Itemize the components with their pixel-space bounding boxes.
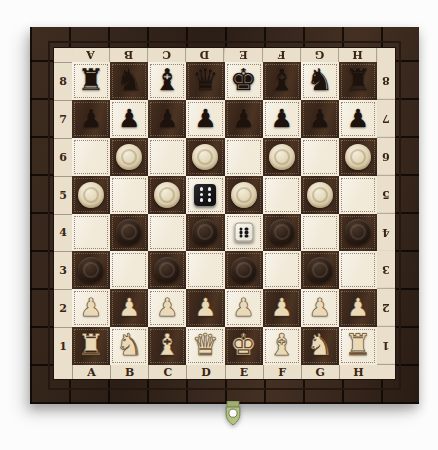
piece-black-knight-b8[interactable]: ♞ bbox=[116, 65, 143, 95]
piece-white-pawn-e2[interactable]: ♟ bbox=[232, 295, 254, 320]
photo-background: ABCDEFGH8♜♞♝♛♚♝♞♜87♟♟♟♟♟♟♟♟7665544332♟♟♟… bbox=[0, 0, 438, 450]
square-e5[interactable] bbox=[225, 176, 263, 214]
file-label-top-f: F bbox=[263, 48, 301, 62]
square-h1[interactable]: ♜ bbox=[339, 327, 377, 365]
file-label-top-d: D bbox=[186, 48, 224, 62]
checker-dark-man-h4[interactable] bbox=[345, 219, 371, 245]
die-black-d5[interactable] bbox=[194, 184, 216, 206]
piece-white-pawn-d2[interactable]: ♟ bbox=[194, 295, 216, 320]
square-h3[interactable] bbox=[339, 251, 377, 289]
square-g4[interactable] bbox=[301, 214, 339, 252]
rank-label-right-6: 6 bbox=[377, 138, 395, 176]
square-b1[interactable]: ♞ bbox=[110, 327, 148, 365]
piece-white-knight-b1[interactable]: ♞ bbox=[116, 330, 143, 360]
piece-white-pawn-b2[interactable]: ♟ bbox=[118, 295, 140, 320]
square-e7[interactable]: ♟ bbox=[225, 100, 263, 138]
square-d2[interactable]: ♟ bbox=[186, 289, 224, 327]
square-b3[interactable] bbox=[110, 251, 148, 289]
file-label-top-c: C bbox=[148, 48, 186, 62]
die-pip bbox=[200, 198, 204, 202]
square-d8[interactable]: ♛ bbox=[186, 62, 224, 100]
file-label-bottom-g: G bbox=[301, 365, 339, 379]
rank-label-right-8: 8 bbox=[377, 62, 395, 100]
rank-label-right-5: 5 bbox=[377, 176, 395, 214]
piece-black-pawn-c7[interactable]: ♟ bbox=[156, 105, 178, 130]
clasp-latch-icon[interactable] bbox=[221, 401, 245, 427]
checker-light-man-c5[interactable] bbox=[154, 182, 180, 208]
square-c2[interactable]: ♟ bbox=[148, 289, 186, 327]
piece-black-knight-g8[interactable]: ♞ bbox=[306, 65, 333, 95]
rank-label-left-6: 6 bbox=[54, 138, 72, 176]
file-label-bottom-a: A bbox=[72, 365, 110, 379]
square-d4[interactable] bbox=[186, 214, 224, 252]
square-a3[interactable] bbox=[72, 251, 110, 289]
square-e4[interactable] bbox=[225, 214, 263, 252]
square-h5[interactable] bbox=[339, 176, 377, 214]
square-g5[interactable] bbox=[301, 176, 339, 214]
square-a6[interactable] bbox=[72, 138, 110, 176]
square-b2[interactable]: ♟ bbox=[110, 289, 148, 327]
square-c1[interactable]: ♝ bbox=[148, 327, 186, 365]
piece-black-queen-d8[interactable]: ♛ bbox=[192, 65, 219, 95]
checker-light-man-h6[interactable] bbox=[345, 144, 371, 170]
checker-dark-man-f4[interactable] bbox=[269, 219, 295, 245]
die-pip bbox=[239, 234, 243, 238]
corner-bottom-left bbox=[54, 365, 72, 379]
checker-dark-man-b4[interactable] bbox=[116, 219, 142, 245]
square-c4[interactable] bbox=[148, 214, 186, 252]
die-pip bbox=[200, 187, 204, 191]
square-f8[interactable]: ♝ bbox=[263, 62, 301, 100]
checker-light-man-e5[interactable] bbox=[231, 182, 257, 208]
square-g8[interactable]: ♞ bbox=[301, 62, 339, 100]
square-c3[interactable] bbox=[148, 251, 186, 289]
piece-white-queen-d1[interactable]: ♛ bbox=[192, 330, 219, 360]
square-g1[interactable]: ♞ bbox=[301, 327, 339, 365]
square-g3[interactable] bbox=[301, 251, 339, 289]
rank-label-right-7: 7 bbox=[377, 100, 395, 138]
file-label-top-h: H bbox=[339, 48, 377, 62]
checker-dark-man-g3[interactable] bbox=[307, 257, 333, 283]
square-a5[interactable] bbox=[72, 176, 110, 214]
square-e3[interactable] bbox=[225, 251, 263, 289]
piece-white-rook-a1[interactable]: ♜ bbox=[78, 330, 105, 360]
checker-light-man-d6[interactable] bbox=[192, 144, 218, 170]
corner-top-left bbox=[54, 48, 72, 62]
square-h2[interactable]: ♟ bbox=[339, 289, 377, 327]
checker-light-man-g5[interactable] bbox=[307, 182, 333, 208]
piece-black-bishop-f8[interactable]: ♝ bbox=[268, 65, 295, 95]
square-f4[interactable] bbox=[263, 214, 301, 252]
die-pip bbox=[208, 187, 212, 191]
square-h7[interactable]: ♟ bbox=[339, 100, 377, 138]
board-panel: ABCDEFGH8♜♞♝♛♚♝♞♜87♟♟♟♟♟♟♟♟7665544332♟♟♟… bbox=[53, 47, 396, 380]
square-f2[interactable]: ♟ bbox=[263, 289, 301, 327]
rank-label-left-7: 7 bbox=[54, 100, 72, 138]
checker-light-man-a5[interactable] bbox=[78, 182, 104, 208]
square-c8[interactable]: ♝ bbox=[148, 62, 186, 100]
checker-light-man-f6[interactable] bbox=[269, 144, 295, 170]
piece-black-pawn-h7[interactable]: ♟ bbox=[347, 105, 369, 130]
rank-label-right-2: 2 bbox=[377, 289, 395, 327]
file-label-top-g: G bbox=[301, 48, 339, 62]
square-g2[interactable]: ♟ bbox=[301, 289, 339, 327]
piece-white-bishop-c1[interactable]: ♝ bbox=[154, 330, 181, 360]
checker-dark-man-a3[interactable] bbox=[78, 257, 104, 283]
square-f3[interactable] bbox=[263, 251, 301, 289]
rank-label-left-1: 1 bbox=[54, 327, 72, 365]
file-label-top-e: E bbox=[225, 48, 263, 62]
rank-label-left-8: 8 bbox=[54, 62, 72, 100]
rank-label-left-3: 3 bbox=[54, 251, 72, 289]
piece-white-pawn-g2[interactable]: ♟ bbox=[309, 295, 331, 320]
die-pip bbox=[208, 198, 212, 202]
square-g7[interactable]: ♟ bbox=[301, 100, 339, 138]
die-pip bbox=[245, 234, 249, 238]
square-e2[interactable]: ♟ bbox=[225, 289, 263, 327]
square-c6[interactable] bbox=[148, 138, 186, 176]
square-h4[interactable] bbox=[339, 214, 377, 252]
file-label-top-a: A bbox=[72, 48, 110, 62]
piece-white-king-e1[interactable]: ♚ bbox=[230, 330, 257, 360]
square-b5[interactable] bbox=[110, 176, 148, 214]
square-d1[interactable]: ♛ bbox=[186, 327, 224, 365]
piece-white-bishop-f1[interactable]: ♝ bbox=[268, 330, 295, 360]
corner-top-right bbox=[377, 48, 395, 62]
piece-black-rook-h8[interactable]: ♜ bbox=[344, 65, 371, 95]
square-f5[interactable] bbox=[263, 176, 301, 214]
piece-black-bishop-c8[interactable]: ♝ bbox=[154, 65, 181, 95]
square-h8[interactable]: ♜ bbox=[339, 62, 377, 100]
file-label-bottom-c: C bbox=[148, 365, 186, 379]
square-c7[interactable]: ♟ bbox=[148, 100, 186, 138]
corner-bottom-right bbox=[377, 365, 395, 379]
square-h6[interactable] bbox=[339, 138, 377, 176]
square-d3[interactable] bbox=[186, 251, 224, 289]
file-label-bottom-d: D bbox=[186, 365, 224, 379]
rank-label-right-1: 1 bbox=[377, 327, 395, 365]
checker-dark-man-e3[interactable] bbox=[231, 257, 257, 283]
piece-white-pawn-a2[interactable]: ♟ bbox=[80, 295, 102, 320]
rank-label-right-3: 3 bbox=[377, 251, 395, 289]
piece-white-knight-g1[interactable]: ♞ bbox=[306, 330, 333, 360]
file-label-bottom-b: B bbox=[110, 365, 148, 379]
piece-white-pawn-f2[interactable]: ♟ bbox=[270, 295, 292, 320]
piece-black-pawn-b7[interactable]: ♟ bbox=[118, 105, 140, 130]
square-a2[interactable]: ♟ bbox=[72, 289, 110, 327]
die-white-e4[interactable] bbox=[234, 223, 253, 242]
piece-black-pawn-f7[interactable]: ♟ bbox=[270, 105, 292, 130]
square-e1[interactable]: ♚ bbox=[225, 327, 263, 365]
checker-light-man-b6[interactable] bbox=[116, 144, 142, 170]
file-label-bottom-f: F bbox=[263, 365, 301, 379]
square-c5[interactable] bbox=[148, 176, 186, 214]
piece-black-pawn-d7[interactable]: ♟ bbox=[194, 105, 216, 130]
square-a7[interactable]: ♟ bbox=[72, 100, 110, 138]
piece-black-rook-a8[interactable]: ♜ bbox=[78, 65, 105, 95]
piece-black-pawn-g7[interactable]: ♟ bbox=[309, 105, 331, 130]
checker-dark-man-c3[interactable] bbox=[154, 257, 180, 283]
square-d5[interactable] bbox=[186, 176, 224, 214]
square-e6[interactable] bbox=[225, 138, 263, 176]
square-b7[interactable]: ♟ bbox=[110, 100, 148, 138]
piece-black-pawn-e7[interactable]: ♟ bbox=[232, 105, 254, 130]
rank-label-right-4: 4 bbox=[377, 214, 395, 252]
die-pip bbox=[200, 193, 204, 197]
rank-label-left-5: 5 bbox=[54, 176, 72, 214]
die-pip bbox=[208, 193, 212, 197]
square-a8[interactable]: ♜ bbox=[72, 62, 110, 100]
square-f6[interactable] bbox=[263, 138, 301, 176]
square-f7[interactable]: ♟ bbox=[263, 100, 301, 138]
square-a4[interactable] bbox=[72, 214, 110, 252]
piece-black-pawn-a7[interactable]: ♟ bbox=[80, 105, 102, 130]
square-b8[interactable]: ♞ bbox=[110, 62, 148, 100]
square-a1[interactable]: ♜ bbox=[72, 327, 110, 365]
square-g6[interactable] bbox=[301, 138, 339, 176]
piece-white-pawn-h2[interactable]: ♟ bbox=[347, 295, 369, 320]
checker-dark-man-d4[interactable] bbox=[192, 219, 218, 245]
square-f1[interactable]: ♝ bbox=[263, 327, 301, 365]
file-label-bottom-h: H bbox=[339, 365, 377, 379]
piece-white-pawn-c2[interactable]: ♟ bbox=[156, 295, 178, 320]
square-d7[interactable]: ♟ bbox=[186, 100, 224, 138]
square-b6[interactable] bbox=[110, 138, 148, 176]
square-e8[interactable]: ♚ bbox=[225, 62, 263, 100]
piece-white-rook-h1[interactable]: ♜ bbox=[344, 330, 371, 360]
file-label-top-b: B bbox=[110, 48, 148, 62]
square-d6[interactable] bbox=[186, 138, 224, 176]
square-b4[interactable] bbox=[110, 214, 148, 252]
rank-label-left-4: 4 bbox=[54, 214, 72, 252]
chess-box-carved-frame: ABCDEFGH8♜♞♝♛♚♝♞♜87♟♟♟♟♟♟♟♟7665544332♟♟♟… bbox=[30, 27, 419, 404]
rank-label-left-2: 2 bbox=[54, 289, 72, 327]
file-label-bottom-e: E bbox=[225, 365, 263, 379]
piece-black-king-e8[interactable]: ♚ bbox=[230, 65, 257, 95]
